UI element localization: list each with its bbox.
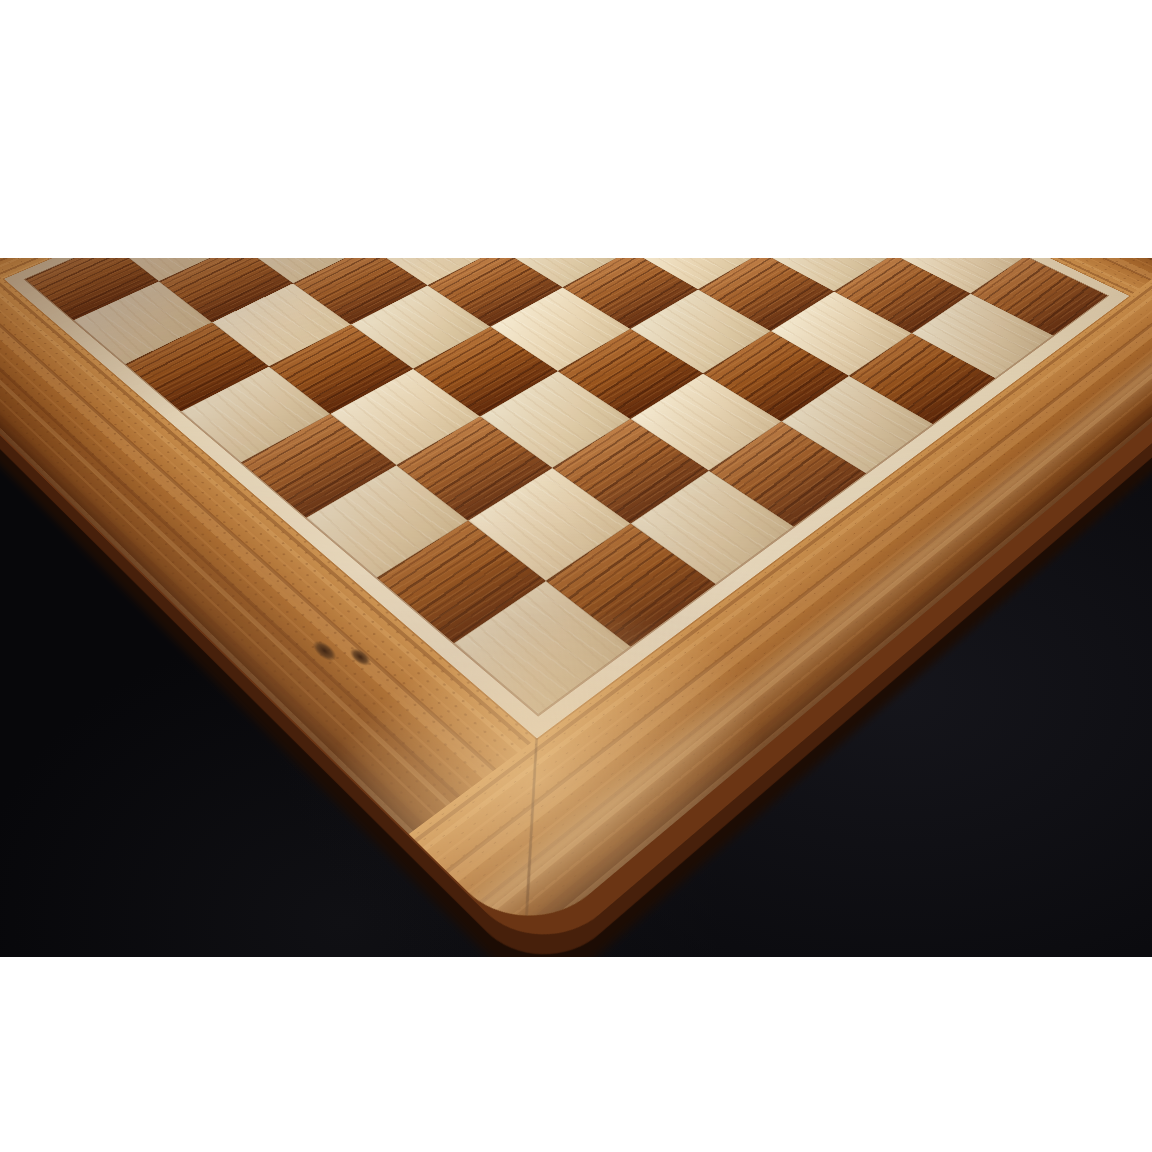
letterbox-bottom <box>0 957 1152 1152</box>
photo-backdrop <box>0 258 1152 957</box>
letterbox-top <box>0 0 1152 258</box>
chess-board <box>0 258 1152 948</box>
